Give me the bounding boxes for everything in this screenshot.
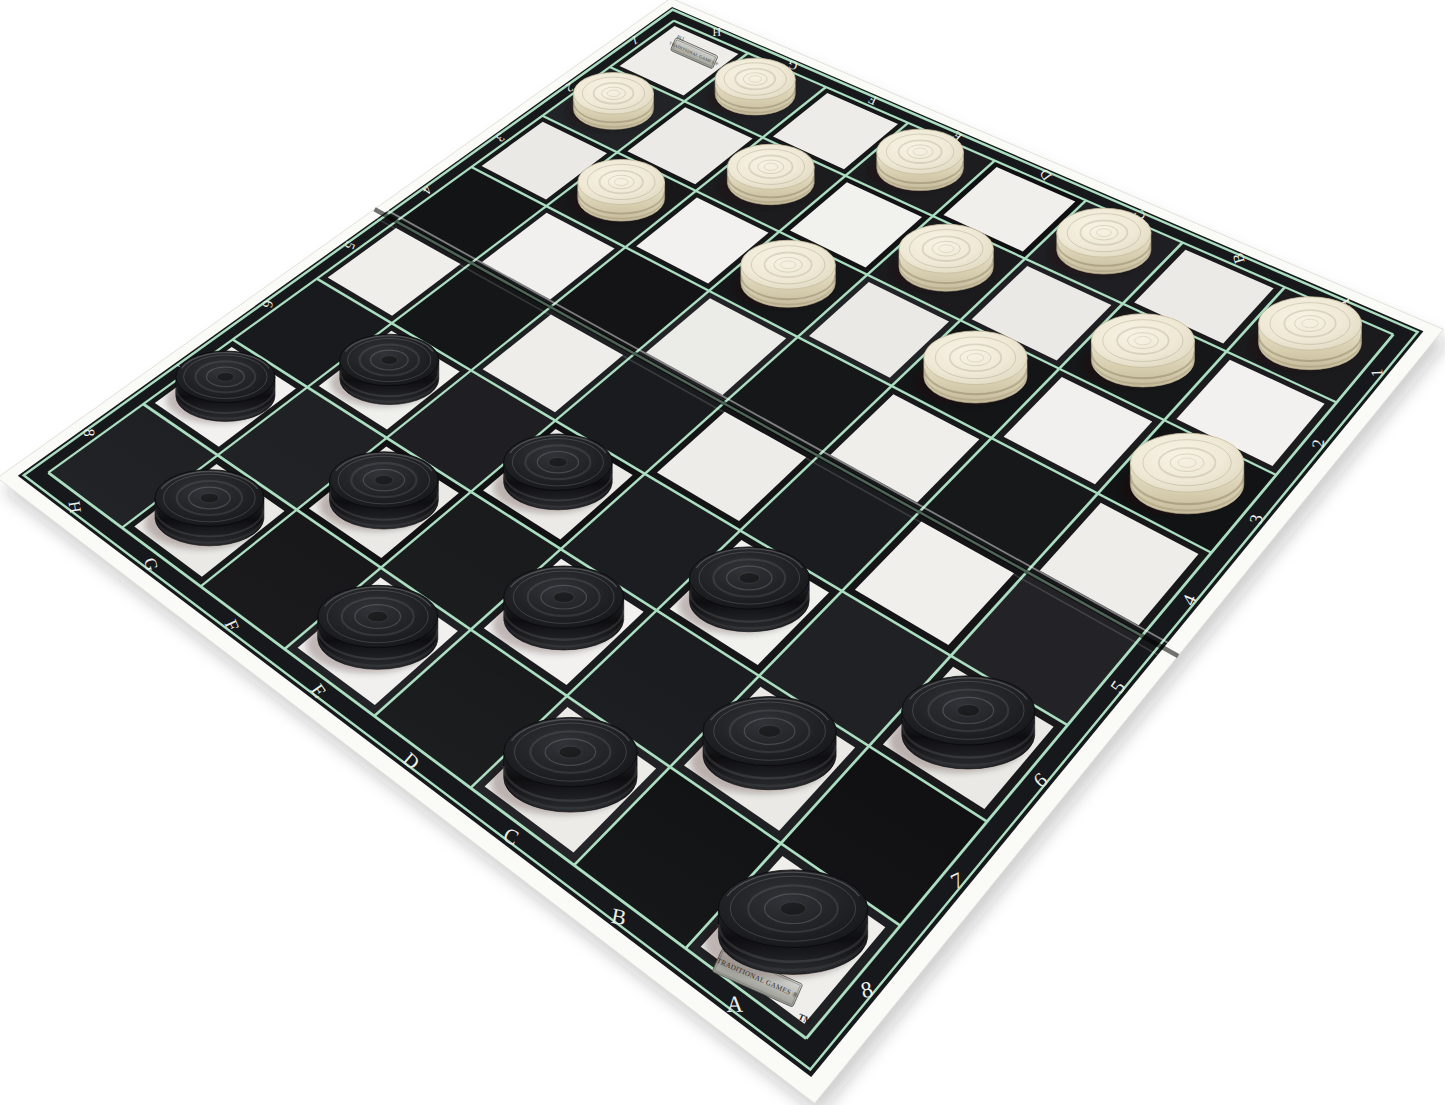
file-label-top-H: H — [712, 25, 721, 39]
rank-label-left-8: 8 — [81, 428, 98, 437]
rank-label-right-1: 1 — [1367, 368, 1386, 377]
rank-label-right-2: 2 — [1309, 439, 1329, 449]
product-photo: checkers (English draughts) - folding bo… — [0, 0, 1445, 1105]
file-label-bottom-A: A — [726, 991, 743, 1017]
checkers-board: checkers (English draughts) - folding bo… — [0, 0, 1445, 1105]
